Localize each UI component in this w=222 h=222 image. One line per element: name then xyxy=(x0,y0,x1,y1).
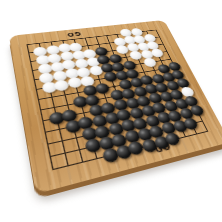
star-point xyxy=(112,85,116,88)
go-board: GO GO xyxy=(9,20,222,194)
go-board-photo: GO GO xyxy=(0,0,222,222)
board-logo-top: GO xyxy=(66,31,82,38)
